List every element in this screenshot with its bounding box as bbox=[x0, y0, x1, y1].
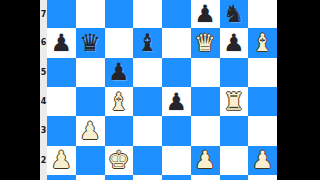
square-h4 bbox=[248, 87, 277, 116]
white-queen-f6: ♛ bbox=[194, 31, 216, 55]
square-d2 bbox=[133, 146, 162, 175]
square-b7 bbox=[76, 0, 105, 28]
square-b1 bbox=[76, 175, 105, 180]
square-a6: ♟ bbox=[47, 28, 76, 57]
rank-label-3: 3 bbox=[40, 116, 47, 145]
square-h7 bbox=[248, 0, 277, 28]
rank-label-7: 7 bbox=[40, 0, 47, 28]
square-a1 bbox=[47, 175, 76, 180]
square-h6: ♝ bbox=[248, 28, 277, 57]
video-frame: 765432 ♟♞♟♛♝♛♟♝♟♝♟♜♟♟♚♟♟ bbox=[0, 0, 320, 180]
square-c1 bbox=[105, 175, 134, 180]
white-pawn-a2: ♟ bbox=[51, 148, 73, 172]
chess-board: ♟♞♟♛♝♛♟♝♟♝♟♜♟♟♚♟♟ bbox=[47, 0, 277, 180]
square-e1 bbox=[162, 175, 191, 180]
square-b3: ♟ bbox=[76, 116, 105, 145]
square-f6: ♛ bbox=[191, 28, 220, 57]
square-c7 bbox=[105, 0, 134, 28]
black-pawn-c5: ♟ bbox=[108, 60, 130, 84]
square-b5 bbox=[76, 58, 105, 87]
square-g5 bbox=[220, 58, 249, 87]
square-e3 bbox=[162, 116, 191, 145]
white-pawn-b3: ♟ bbox=[79, 119, 101, 143]
white-pawn-h2: ♟ bbox=[252, 148, 274, 172]
square-h3 bbox=[248, 116, 277, 145]
white-bishop-h6: ♝ bbox=[252, 31, 274, 55]
rank-label-4: 4 bbox=[40, 87, 47, 116]
square-e2 bbox=[162, 146, 191, 175]
square-c3 bbox=[105, 116, 134, 145]
square-d1 bbox=[133, 175, 162, 180]
square-f2: ♟ bbox=[191, 146, 220, 175]
square-h1 bbox=[248, 175, 277, 180]
square-a7 bbox=[47, 0, 76, 28]
square-f5 bbox=[191, 58, 220, 87]
white-rook-g4: ♜ bbox=[223, 90, 245, 114]
square-f3 bbox=[191, 116, 220, 145]
square-e5 bbox=[162, 58, 191, 87]
square-c4: ♝ bbox=[105, 87, 134, 116]
square-b2 bbox=[76, 146, 105, 175]
white-king-c2: ♚ bbox=[108, 148, 130, 172]
white-bishop-c4: ♝ bbox=[108, 90, 130, 114]
square-f4 bbox=[191, 87, 220, 116]
black-queen-b6: ♛ bbox=[79, 31, 101, 55]
square-g6: ♟ bbox=[220, 28, 249, 57]
black-pawn-f7: ♟ bbox=[194, 2, 216, 26]
square-d5 bbox=[133, 58, 162, 87]
square-d6: ♝ bbox=[133, 28, 162, 57]
rank-label-6: 6 bbox=[40, 28, 47, 57]
square-f1 bbox=[191, 175, 220, 180]
square-e6 bbox=[162, 28, 191, 57]
square-a3 bbox=[47, 116, 76, 145]
square-c2: ♚ bbox=[105, 146, 134, 175]
square-h2: ♟ bbox=[248, 146, 277, 175]
square-c6 bbox=[105, 28, 134, 57]
square-a2: ♟ bbox=[47, 146, 76, 175]
square-e4: ♟ bbox=[162, 87, 191, 116]
rank-label-5: 5 bbox=[40, 58, 47, 87]
square-b4 bbox=[76, 87, 105, 116]
square-a4 bbox=[47, 87, 76, 116]
square-c5: ♟ bbox=[105, 58, 134, 87]
square-d7 bbox=[133, 0, 162, 28]
rank-label-2: 2 bbox=[40, 146, 47, 175]
rank-label-strip: 765432 bbox=[40, 0, 47, 180]
square-d4 bbox=[133, 87, 162, 116]
square-g1 bbox=[220, 175, 249, 180]
square-h5 bbox=[248, 58, 277, 87]
black-bishop-d6: ♝ bbox=[137, 31, 159, 55]
square-d3 bbox=[133, 116, 162, 145]
square-b6: ♛ bbox=[76, 28, 105, 57]
square-g7: ♞ bbox=[220, 0, 249, 28]
square-e7 bbox=[162, 0, 191, 28]
square-g2 bbox=[220, 146, 249, 175]
black-pawn-g6: ♟ bbox=[223, 31, 245, 55]
black-pawn-a6: ♟ bbox=[51, 31, 73, 55]
black-knight-g7: ♞ bbox=[223, 2, 245, 26]
square-f7: ♟ bbox=[191, 0, 220, 28]
white-pawn-f2: ♟ bbox=[194, 148, 216, 172]
square-a5 bbox=[47, 58, 76, 87]
square-g4: ♜ bbox=[220, 87, 249, 116]
black-pawn-e4: ♟ bbox=[166, 90, 188, 114]
square-g3 bbox=[220, 116, 249, 145]
